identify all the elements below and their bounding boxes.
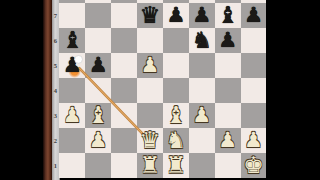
- piece-black-queen-d7[interactable]: ♛: [140, 3, 161, 28]
- square-h6[interactable]: [241, 28, 267, 53]
- piece-black-pawn-e7[interactable]: ♟: [166, 3, 185, 28]
- square-a4[interactable]: [59, 78, 85, 103]
- square-c3[interactable]: [111, 103, 137, 128]
- piece-white-pawn-f3[interactable]: ♟: [192, 103, 211, 128]
- square-g1[interactable]: [215, 153, 241, 178]
- piece-black-bishop-g7[interactable]: ♝: [217, 3, 238, 28]
- square-a8[interactable]: ♜: [59, 0, 85, 3]
- square-a6[interactable]: ♝: [59, 28, 85, 53]
- piece-white-king-h1[interactable]: ♚: [243, 153, 264, 178]
- rank-label-4: 4: [52, 78, 60, 103]
- piece-black-pawn-b5[interactable]: ♟: [89, 53, 108, 78]
- square-c4[interactable]: [111, 78, 137, 103]
- square-d1[interactable]: ♜: [137, 153, 163, 178]
- square-c1[interactable]: [111, 153, 137, 178]
- piece-black-pawn-a5[interactable]: ♟: [63, 53, 82, 78]
- square-d3[interactable]: [137, 103, 163, 128]
- board-frame-left: [43, 0, 52, 180]
- square-c6[interactable]: [111, 28, 137, 53]
- square-h4[interactable]: [241, 78, 267, 103]
- rank-label-7: 7: [52, 3, 60, 28]
- square-b7[interactable]: [85, 3, 111, 28]
- square-f6[interactable]: ♞: [189, 28, 215, 53]
- piece-black-rook-a8[interactable]: ♜: [62, 0, 83, 3]
- square-h7[interactable]: ♟: [241, 3, 267, 28]
- rank-label-5: 5: [52, 53, 60, 78]
- square-f7[interactable]: ♟: [189, 3, 215, 28]
- square-e5[interactable]: [163, 53, 189, 78]
- square-h5[interactable]: [241, 53, 267, 78]
- square-d5[interactable]: ♟: [137, 53, 163, 78]
- square-g5[interactable]: [215, 53, 241, 78]
- square-g4[interactable]: [215, 78, 241, 103]
- square-c7[interactable]: [111, 3, 137, 28]
- chess-board: ♜♜♚♛♟♟♝♟♝♞♟♟♟♟♟♝♝♟♟♛♞♟♟♜♜♚: [59, 0, 266, 178]
- piece-black-knight-f6[interactable]: ♞: [191, 28, 212, 53]
- chess-video-frame: 87654321 ♜♜♚♛♟♟♝♟♝♞♟♟♟♟♟♝♝♟♟♛♞♟♟♜♜♚: [0, 0, 320, 180]
- square-b6[interactable]: [85, 28, 111, 53]
- piece-white-rook-e1[interactable]: ♜: [165, 153, 186, 178]
- square-b3[interactable]: ♝: [85, 103, 111, 128]
- square-f1[interactable]: [189, 153, 215, 178]
- square-e6[interactable]: [163, 28, 189, 53]
- square-f5[interactable]: [189, 53, 215, 78]
- square-a1[interactable]: [59, 153, 85, 178]
- square-c2[interactable]: [111, 128, 137, 153]
- piece-white-pawn-a3[interactable]: ♟: [63, 103, 82, 128]
- piece-white-rook-d1[interactable]: ♜: [140, 153, 161, 178]
- piece-black-bishop-a6[interactable]: ♝: [62, 28, 83, 53]
- square-b5[interactable]: ♟: [85, 53, 111, 78]
- piece-white-bishop-b3[interactable]: ♝: [88, 103, 109, 128]
- piece-black-pawn-f7[interactable]: ♟: [192, 3, 211, 28]
- rank-label-1: 1: [52, 153, 60, 178]
- square-a3[interactable]: ♟: [59, 103, 85, 128]
- square-b1[interactable]: [85, 153, 111, 178]
- piece-white-bishop-e3[interactable]: ♝: [165, 103, 186, 128]
- square-g2[interactable]: ♟: [215, 128, 241, 153]
- rank-label-2: 2: [52, 128, 60, 153]
- rank-label-3: 3: [52, 103, 60, 128]
- square-b4[interactable]: [85, 78, 111, 103]
- square-f3[interactable]: ♟: [189, 103, 215, 128]
- square-h3[interactable]: [241, 103, 267, 128]
- piece-white-pawn-h2[interactable]: ♟: [244, 128, 263, 153]
- piece-black-pawn-g6[interactable]: ♟: [218, 28, 237, 53]
- square-e1[interactable]: ♜: [163, 153, 189, 178]
- rank-labels: 87654321: [52, 0, 60, 178]
- square-d2[interactable]: ♛: [137, 128, 163, 153]
- square-f4[interactable]: [189, 78, 215, 103]
- square-h1[interactable]: ♚: [241, 153, 267, 178]
- square-g3[interactable]: [215, 103, 241, 128]
- square-f2[interactable]: [189, 128, 215, 153]
- square-c5[interactable]: [111, 53, 137, 78]
- piece-white-queen-d2[interactable]: ♛: [140, 128, 161, 153]
- piece-white-pawn-d5[interactable]: ♟: [141, 53, 160, 78]
- square-d6[interactable]: [137, 28, 163, 53]
- square-e7[interactable]: ♟: [163, 3, 189, 28]
- rank-label-6: 6: [52, 28, 60, 53]
- square-a7[interactable]: [59, 3, 85, 28]
- square-d4[interactable]: [137, 78, 163, 103]
- piece-white-knight-e2[interactable]: ♞: [165, 128, 186, 153]
- piece-white-pawn-b2[interactable]: ♟: [89, 128, 108, 153]
- piece-white-pawn-g2[interactable]: ♟: [218, 128, 237, 153]
- square-a2[interactable]: [59, 128, 85, 153]
- square-g7[interactable]: ♝: [215, 3, 241, 28]
- square-e2[interactable]: ♞: [163, 128, 189, 153]
- piece-black-pawn-h7[interactable]: ♟: [244, 3, 263, 28]
- square-a5[interactable]: ♟: [59, 53, 85, 78]
- square-d7[interactable]: ♛: [137, 3, 163, 28]
- square-b2[interactable]: ♟: [85, 128, 111, 153]
- square-e4[interactable]: [163, 78, 189, 103]
- square-h2[interactable]: ♟: [241, 128, 267, 153]
- square-g6[interactable]: ♟: [215, 28, 241, 53]
- square-e3[interactable]: ♝: [163, 103, 189, 128]
